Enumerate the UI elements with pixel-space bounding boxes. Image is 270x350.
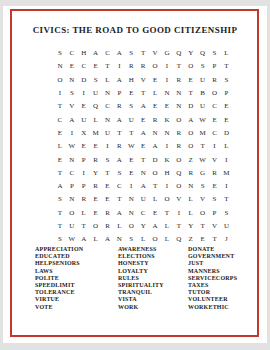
- grid-cell: O: [185, 127, 197, 140]
- grid-cell: R: [125, 60, 137, 73]
- grid-cell: A: [102, 233, 114, 246]
- word-list-item: SPEEDLIMIT: [35, 282, 83, 289]
- grid-cell: C: [113, 180, 125, 193]
- word-list-item: TRANQUIL: [118, 289, 164, 296]
- grid-cell: N: [161, 87, 173, 100]
- grid-cell: D: [78, 74, 90, 87]
- word-list-item: VISTA: [118, 296, 164, 303]
- grid-cell: O: [185, 140, 197, 153]
- grid-cell: L: [137, 233, 149, 246]
- grid-cell: E: [161, 100, 173, 113]
- grid-cell: T: [161, 207, 173, 220]
- grid-cell: T: [137, 87, 149, 100]
- grid-cell: P: [209, 60, 221, 73]
- grid-cell: S: [66, 87, 78, 100]
- grid-cell: Q: [173, 47, 185, 60]
- grid-cell: R: [113, 100, 125, 113]
- grid-cell: O: [173, 153, 185, 166]
- grid-cell: C: [102, 47, 114, 60]
- grid-cell: Y: [90, 167, 102, 180]
- grid-cell: I: [78, 87, 90, 100]
- grid-cell: V: [209, 153, 221, 166]
- grid-cell: R: [209, 167, 221, 180]
- grid-cell: W: [125, 140, 137, 153]
- grid-cell: U: [220, 220, 232, 233]
- word-list-item: RULES: [118, 275, 164, 282]
- grid-cell: A: [113, 207, 125, 220]
- grid-cell: I: [220, 180, 232, 193]
- grid-cell: U: [66, 220, 78, 233]
- grid-cell: L: [149, 193, 161, 206]
- grid-cell: T: [197, 140, 209, 153]
- grid-cell: S: [197, 180, 209, 193]
- grid-cell: E: [54, 127, 66, 140]
- word-list-item: MANNERS: [188, 268, 237, 275]
- grid-cell: I: [209, 140, 221, 153]
- grid-cell: E: [220, 100, 232, 113]
- grid-cell: R: [78, 193, 90, 206]
- grid-cell: T: [220, 193, 232, 206]
- grid-cell: I: [161, 60, 173, 73]
- grid-cell: C: [54, 113, 66, 126]
- word-list-item: SERVICECORPS: [188, 275, 237, 282]
- grid-cell: U: [78, 113, 90, 126]
- grid-cell: N: [161, 127, 173, 140]
- grid-cell: S: [197, 60, 209, 73]
- word-list-column-2: AWARENESSELECTIONSHONESTYLOYALTYRULESSPI…: [118, 246, 164, 311]
- grid-cell: N: [102, 87, 114, 100]
- grid-cell: E: [66, 60, 78, 73]
- puzzle-title: CIVICS: THE ROAD TO GOOD CITIZENSHIP: [0, 25, 270, 35]
- grid-cell: E: [102, 193, 114, 206]
- word-list-item: WORKETHIC: [188, 304, 237, 311]
- grid-cell: Y: [185, 220, 197, 233]
- grid-cell: V: [66, 100, 78, 113]
- grid-cell: L: [102, 74, 114, 87]
- grid-cell: N: [113, 233, 125, 246]
- grid-cell: R: [113, 140, 125, 153]
- grid-cell: E: [137, 140, 149, 153]
- grid-cell: Q: [90, 100, 102, 113]
- grid-cell: T: [137, 153, 149, 166]
- grid-cell: R: [90, 153, 102, 166]
- grid-cell: U: [197, 100, 209, 113]
- word-list-item: WORK: [118, 304, 164, 311]
- grid-cell: T: [220, 60, 232, 73]
- grid-cell: R: [173, 140, 185, 153]
- word-list-item: JUST: [188, 260, 237, 267]
- grid-cell: R: [185, 167, 197, 180]
- grid-cell: Z: [185, 153, 197, 166]
- grid-cell: N: [66, 153, 78, 166]
- grid-cell: I: [78, 167, 90, 180]
- grid-cell: I: [161, 74, 173, 87]
- grid-cell: N: [137, 167, 149, 180]
- word-list-item: ELECTIONS: [118, 253, 164, 260]
- grid-cell: A: [137, 127, 149, 140]
- grid-cell: S: [90, 74, 102, 87]
- word-list-item: HELPSENIORS: [35, 260, 83, 267]
- grid-cell: E: [102, 180, 114, 193]
- grid-cell: A: [66, 113, 78, 126]
- grid-cell: H: [125, 74, 137, 87]
- grid-cell: E: [90, 207, 102, 220]
- grid-cell: E: [78, 100, 90, 113]
- grid-cell: Q: [173, 167, 185, 180]
- grid-cell: D: [185, 100, 197, 113]
- word-list-item: HONESTY: [118, 260, 164, 267]
- grid-cell: S: [209, 193, 221, 206]
- grid-cell: N: [125, 207, 137, 220]
- word-list-item: GOVERNMENT: [188, 253, 237, 260]
- grid-cell: Q: [197, 47, 209, 60]
- grid-cell: O: [173, 113, 185, 126]
- grid-cell: S: [102, 153, 114, 166]
- grid-cell: O: [125, 220, 137, 233]
- grid-cell: U: [102, 127, 114, 140]
- grid-cell: L: [113, 220, 125, 233]
- grid-cell: N: [173, 87, 185, 100]
- grid-cell: T: [113, 193, 125, 206]
- grid-cell: A: [185, 113, 197, 126]
- grid-cell: T: [113, 127, 125, 140]
- grid-cell: D: [149, 153, 161, 166]
- grid-cell: I: [102, 140, 114, 153]
- word-list-item: APPRECIATION: [35, 246, 83, 253]
- grid-cell: E: [149, 207, 161, 220]
- grid-cell: R: [209, 74, 221, 87]
- grid-cell: R: [102, 207, 114, 220]
- grid-cell: P: [78, 180, 90, 193]
- word-list-column-1: APPRECIATIONEDUCATEDHELPSENIORSLAWSPOLIT…: [35, 246, 83, 311]
- grid-cell: L: [220, 47, 232, 60]
- grid-cell: E: [90, 60, 102, 73]
- grid-cell: M: [220, 167, 232, 180]
- grid-cell: E: [209, 113, 221, 126]
- grid-cell: O: [173, 180, 185, 193]
- grid-cell: I: [173, 207, 185, 220]
- grid-cell: M: [197, 127, 209, 140]
- word-list-item: LAWS: [35, 268, 83, 275]
- grid-cell: E: [125, 153, 137, 166]
- grid-cell: W: [66, 140, 78, 153]
- grid-cell: S: [220, 207, 232, 220]
- grid-cell: A: [113, 74, 125, 87]
- grid-cell: C: [209, 127, 221, 140]
- grid-cell: Y: [185, 47, 197, 60]
- grid-cell: T: [102, 60, 114, 73]
- word-list-item: AWARENESS: [118, 246, 164, 253]
- grid-cell: H: [161, 167, 173, 180]
- grid-cell: I: [125, 180, 137, 193]
- word-list-item: LOYALTY: [118, 268, 164, 275]
- grid-cell: V: [209, 220, 221, 233]
- grid-cell: O: [185, 60, 197, 73]
- grid-cell: O: [149, 233, 161, 246]
- grid-cell: T: [54, 207, 66, 220]
- word-list-item: TUTOR: [188, 289, 237, 296]
- grid-cell: L: [54, 140, 66, 153]
- grid-cell: T: [54, 167, 66, 180]
- grid-cell: U: [197, 74, 209, 87]
- grid-cell: L: [90, 233, 102, 246]
- word-list-item: TAXES: [188, 282, 237, 289]
- grid-cell: U: [125, 113, 137, 126]
- grid-cell: W: [197, 153, 209, 166]
- grid-cell: O: [149, 167, 161, 180]
- grid-cell: V: [149, 47, 161, 60]
- grid-cell: P: [66, 180, 78, 193]
- grid-cell: T: [54, 100, 66, 113]
- grid-cell: S: [209, 47, 221, 60]
- grid-cell: A: [149, 140, 161, 153]
- grid-cell: S: [113, 167, 125, 180]
- word-list-item: SPIRITUALITY: [118, 282, 164, 289]
- word-list-item: TOLERANCE: [35, 289, 83, 296]
- grid-cell: R: [149, 113, 161, 126]
- grid-cell: N: [54, 60, 66, 73]
- grid-cell: E: [197, 233, 209, 246]
- grid-cell: L: [185, 207, 197, 220]
- grid-cell: V: [173, 193, 185, 206]
- word-list-item: VOTE: [35, 304, 83, 311]
- grid-cell: P: [220, 87, 232, 100]
- grid-cell: C: [66, 47, 78, 60]
- grid-cell: C: [209, 100, 221, 113]
- grid-cell: P: [209, 207, 221, 220]
- grid-cell: N: [185, 180, 197, 193]
- grid-cell: S: [54, 233, 66, 246]
- word-list-item: EDUCATED: [35, 253, 83, 260]
- grid-cell: P: [113, 87, 125, 100]
- grid-cell: I: [66, 127, 78, 140]
- grid-cell: U: [90, 87, 102, 100]
- grid-cell: X: [78, 127, 90, 140]
- grid-cell: E: [90, 140, 102, 153]
- word-list: APPRECIATIONEDUCATEDHELPSENIORSLAWSPOLIT…: [0, 246, 270, 312]
- word-list-item: DONATE: [188, 246, 237, 253]
- grid-cell: T: [54, 220, 66, 233]
- grid-cell: P: [78, 153, 90, 166]
- word-list-item: VOLUNTEER: [188, 296, 237, 303]
- grid-cell: Q: [173, 233, 185, 246]
- grid-cell: G: [161, 47, 173, 60]
- grid-cell: A: [54, 180, 66, 193]
- grid-cell: G: [197, 167, 209, 180]
- grid-cell: E: [90, 193, 102, 206]
- grid-cell: C: [78, 60, 90, 73]
- grid-cell: O: [149, 60, 161, 73]
- grid-cell: E: [220, 113, 232, 126]
- grid-cell: E: [125, 87, 137, 100]
- grid-cell: I: [161, 180, 173, 193]
- grid-cell: E: [78, 140, 90, 153]
- word-search-grid: SCHACASTVGQYQSLNECETIRROITOSPTONDSLAHVEI…: [54, 47, 232, 246]
- word-list-item: POLITE: [35, 275, 83, 282]
- grid-cell: M: [90, 127, 102, 140]
- grid-cell: E: [125, 167, 137, 180]
- grid-cell: I: [161, 140, 173, 153]
- grid-cell: A: [78, 233, 90, 246]
- grid-cell: I: [54, 87, 66, 100]
- grid-cell: L: [78, 207, 90, 220]
- grid-cell: L: [185, 193, 197, 206]
- grid-cell: A: [137, 180, 149, 193]
- grid-cell: V: [197, 193, 209, 206]
- grid-cell: C: [102, 100, 114, 113]
- grid-cell: U: [137, 193, 149, 206]
- grid-cell: T: [173, 220, 185, 233]
- grid-cell: O: [66, 207, 78, 220]
- grid-cell: O: [161, 193, 173, 206]
- grid-cell: N: [102, 113, 114, 126]
- grid-cell: L: [220, 140, 232, 153]
- grid-cell: R: [90, 180, 102, 193]
- grid-cell: A: [113, 47, 125, 60]
- grid-cell: R: [173, 74, 185, 87]
- grid-cell: W: [66, 233, 78, 246]
- grid-cell: E: [185, 74, 197, 87]
- grid-cell: K: [161, 113, 173, 126]
- grid-cell: A: [113, 153, 125, 166]
- grid-cell: T: [125, 127, 137, 140]
- grid-cell: O: [209, 87, 221, 100]
- grid-cell: T: [78, 220, 90, 233]
- grid-cell: C: [66, 167, 78, 180]
- grid-cell: H: [78, 47, 90, 60]
- grid-cell: L: [149, 87, 161, 100]
- grid-cell: A: [149, 220, 161, 233]
- grid-cell: E: [149, 100, 161, 113]
- grid-cell: O: [197, 207, 209, 220]
- grid-cell: Z: [185, 233, 197, 246]
- grid-cell: S: [125, 233, 137, 246]
- grid-cell: J: [220, 233, 232, 246]
- grid-cell: A: [137, 100, 149, 113]
- grid-cell: S: [125, 47, 137, 60]
- grid-cell: R: [173, 127, 185, 140]
- grid-cell: A: [90, 47, 102, 60]
- grid-cell: S: [54, 193, 66, 206]
- grid-cell: B: [197, 87, 209, 100]
- grid-cell: K: [161, 153, 173, 166]
- word-list-column-3: DONATEGOVERNMENTJUSTMANNERSSERVICECORPST…: [188, 246, 237, 311]
- grid-cell: E: [137, 113, 149, 126]
- grid-cell: I: [220, 153, 232, 166]
- grid-cell: N: [149, 127, 161, 140]
- grid-cell: T: [173, 60, 185, 73]
- grid-cell: V: [137, 74, 149, 87]
- grid-cell: O: [90, 220, 102, 233]
- grid-cell: T: [209, 233, 221, 246]
- grid-cell: I: [113, 60, 125, 73]
- grid-cell: N: [66, 74, 78, 87]
- word-list-item: VIRTUE: [35, 296, 83, 303]
- grid-cell: E: [54, 153, 66, 166]
- grid-cell: S: [220, 74, 232, 87]
- grid-cell: W: [197, 113, 209, 126]
- grid-cell: R: [102, 220, 114, 233]
- grid-cell: T: [102, 167, 114, 180]
- grid-cell: D: [220, 127, 232, 140]
- grid-cell: T: [185, 87, 197, 100]
- grid-cell: Y: [137, 220, 149, 233]
- grid-cell: N: [66, 193, 78, 206]
- grid-cell: O: [54, 74, 66, 87]
- grid-cell: N: [125, 193, 137, 206]
- grid-cell: T: [137, 47, 149, 60]
- grid-cell: L: [161, 233, 173, 246]
- grid-cell: L: [90, 113, 102, 126]
- grid-cell: L: [161, 220, 173, 233]
- grid-cell: T: [197, 220, 209, 233]
- grid-cell: E: [149, 74, 161, 87]
- grid-cell: S: [125, 100, 137, 113]
- grid-cell: C: [137, 207, 149, 220]
- grid-cell: R: [137, 60, 149, 73]
- grid-cell: T: [149, 180, 161, 193]
- grid-cell: E: [209, 180, 221, 193]
- grid-cell: N: [173, 100, 185, 113]
- grid-cell: A: [113, 113, 125, 126]
- grid-cell: S: [54, 47, 66, 60]
